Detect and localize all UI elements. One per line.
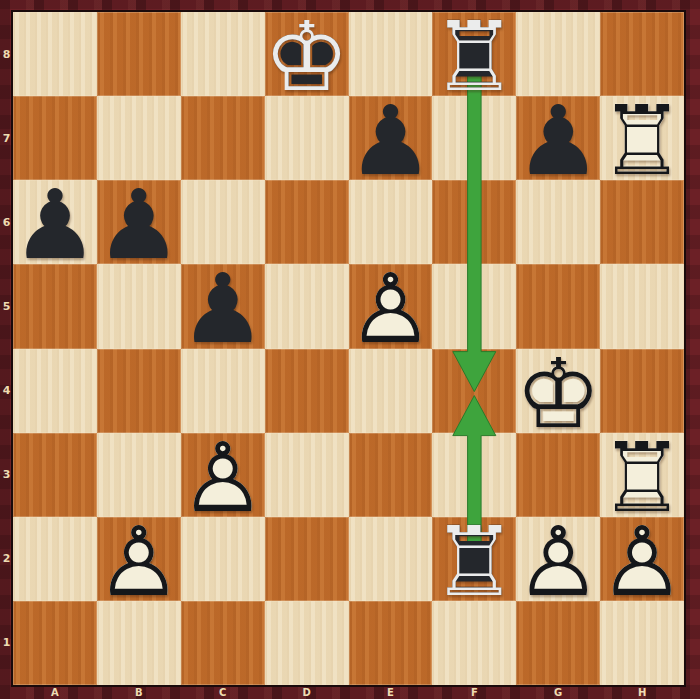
piece-outline-glyph: ♙ bbox=[349, 267, 433, 351]
square-b8[interactable] bbox=[97, 12, 181, 96]
square-a1[interactable] bbox=[13, 601, 97, 685]
piece-outline-glyph: ♙ bbox=[181, 436, 265, 520]
square-d5[interactable] bbox=[265, 264, 349, 348]
square-b7[interactable] bbox=[97, 96, 181, 180]
square-e1[interactable] bbox=[349, 601, 433, 685]
square-d2[interactable] bbox=[265, 517, 349, 601]
file-label-c: C bbox=[181, 685, 265, 699]
square-b4[interactable] bbox=[97, 349, 181, 433]
square-d4[interactable] bbox=[265, 349, 349, 433]
piece-bP-a6[interactable]: ♟ bbox=[13, 180, 97, 264]
file-label-a: A bbox=[13, 685, 97, 699]
rank-label-1: 1 bbox=[0, 601, 13, 685]
piece-outline-glyph: ♙ bbox=[516, 520, 600, 604]
black-pawn-glyph: ♟ bbox=[181, 267, 265, 351]
piece-wR-h7[interactable]: ♜♖ bbox=[600, 96, 684, 180]
piece-outline-glyph: ♙ bbox=[97, 520, 181, 604]
piece-wR-h3[interactable]: ♜♖ bbox=[600, 433, 684, 517]
piece-bR-f2[interactable]: ♜♖ bbox=[432, 517, 516, 601]
piece-outline-glyph: ♖ bbox=[600, 99, 684, 183]
rank-label-4: 4 bbox=[0, 349, 13, 433]
file-label-b: B bbox=[97, 685, 181, 699]
piece-bP-b6[interactable]: ♟ bbox=[97, 180, 181, 264]
piece-wP-h2[interactable]: ♟♙ bbox=[600, 517, 684, 601]
square-c7[interactable] bbox=[181, 96, 265, 180]
black-pawn-glyph: ♟ bbox=[13, 183, 97, 267]
file-label-h: H bbox=[600, 685, 684, 699]
square-g8[interactable] bbox=[516, 12, 600, 96]
square-f3[interactable] bbox=[432, 433, 516, 517]
square-h4[interactable] bbox=[600, 349, 684, 433]
square-a7[interactable] bbox=[13, 96, 97, 180]
piece-bK-d8[interactable]: ♚♔ bbox=[265, 12, 349, 96]
piece-wP-g2[interactable]: ♟♙ bbox=[516, 517, 600, 601]
rank-label-7: 7 bbox=[0, 96, 13, 180]
rank-label-8: 8 bbox=[0, 12, 13, 96]
square-c6[interactable] bbox=[181, 180, 265, 264]
piece-bP-e7[interactable]: ♟ bbox=[349, 96, 433, 180]
square-a4[interactable] bbox=[13, 349, 97, 433]
rank-label-6: 6 bbox=[0, 180, 13, 264]
piece-outline-glyph: ♔ bbox=[516, 352, 600, 436]
piece-wP-e5[interactable]: ♟♙ bbox=[349, 264, 433, 348]
square-c8[interactable] bbox=[181, 12, 265, 96]
chess-board-frame: ♚♔♜♖♟♟♜♖♟♟♟♟♙♚♔♟♙♜♖♟♙♜♖♟♙♟♙ 87654321 ABC… bbox=[0, 0, 700, 699]
square-e2[interactable] bbox=[349, 517, 433, 601]
square-e3[interactable] bbox=[349, 433, 433, 517]
square-b3[interactable] bbox=[97, 433, 181, 517]
square-a2[interactable] bbox=[13, 517, 97, 601]
square-a3[interactable] bbox=[13, 433, 97, 517]
piece-wK-g4[interactable]: ♚♔ bbox=[516, 349, 600, 433]
square-d1[interactable] bbox=[265, 601, 349, 685]
rank-label-3: 3 bbox=[0, 433, 13, 517]
rank-label-2: 2 bbox=[0, 517, 13, 601]
square-d3[interactable] bbox=[265, 433, 349, 517]
piece-wP-b2[interactable]: ♟♙ bbox=[97, 517, 181, 601]
file-label-g: G bbox=[516, 685, 600, 699]
black-pawn-glyph: ♟ bbox=[349, 99, 433, 183]
square-e8[interactable] bbox=[349, 12, 433, 96]
square-c1[interactable] bbox=[181, 601, 265, 685]
piece-outline-glyph: ♖ bbox=[432, 15, 516, 99]
file-label-d: D bbox=[265, 685, 349, 699]
piece-outline-glyph: ♖ bbox=[432, 520, 516, 604]
square-h8[interactable] bbox=[600, 12, 684, 96]
piece-outline-glyph: ♙ bbox=[600, 520, 684, 604]
black-pawn-glyph: ♟ bbox=[516, 99, 600, 183]
square-h5[interactable] bbox=[600, 264, 684, 348]
piece-wP-c3[interactable]: ♟♙ bbox=[181, 433, 265, 517]
piece-bP-g7[interactable]: ♟ bbox=[516, 96, 600, 180]
black-pawn-glyph: ♟ bbox=[97, 183, 181, 267]
file-label-e: E bbox=[349, 685, 433, 699]
square-d6[interactable] bbox=[265, 180, 349, 264]
square-f6[interactable] bbox=[432, 180, 516, 264]
piece-outline-glyph: ♔ bbox=[265, 15, 349, 99]
square-f5[interactable] bbox=[432, 264, 516, 348]
file-label-f: F bbox=[432, 685, 516, 699]
rank-label-5: 5 bbox=[0, 264, 13, 348]
square-a8[interactable] bbox=[13, 12, 97, 96]
square-f4[interactable] bbox=[432, 349, 516, 433]
square-g5[interactable] bbox=[516, 264, 600, 348]
piece-bR-f8[interactable]: ♜♖ bbox=[432, 12, 516, 96]
piece-bP-c5[interactable]: ♟ bbox=[181, 264, 265, 348]
